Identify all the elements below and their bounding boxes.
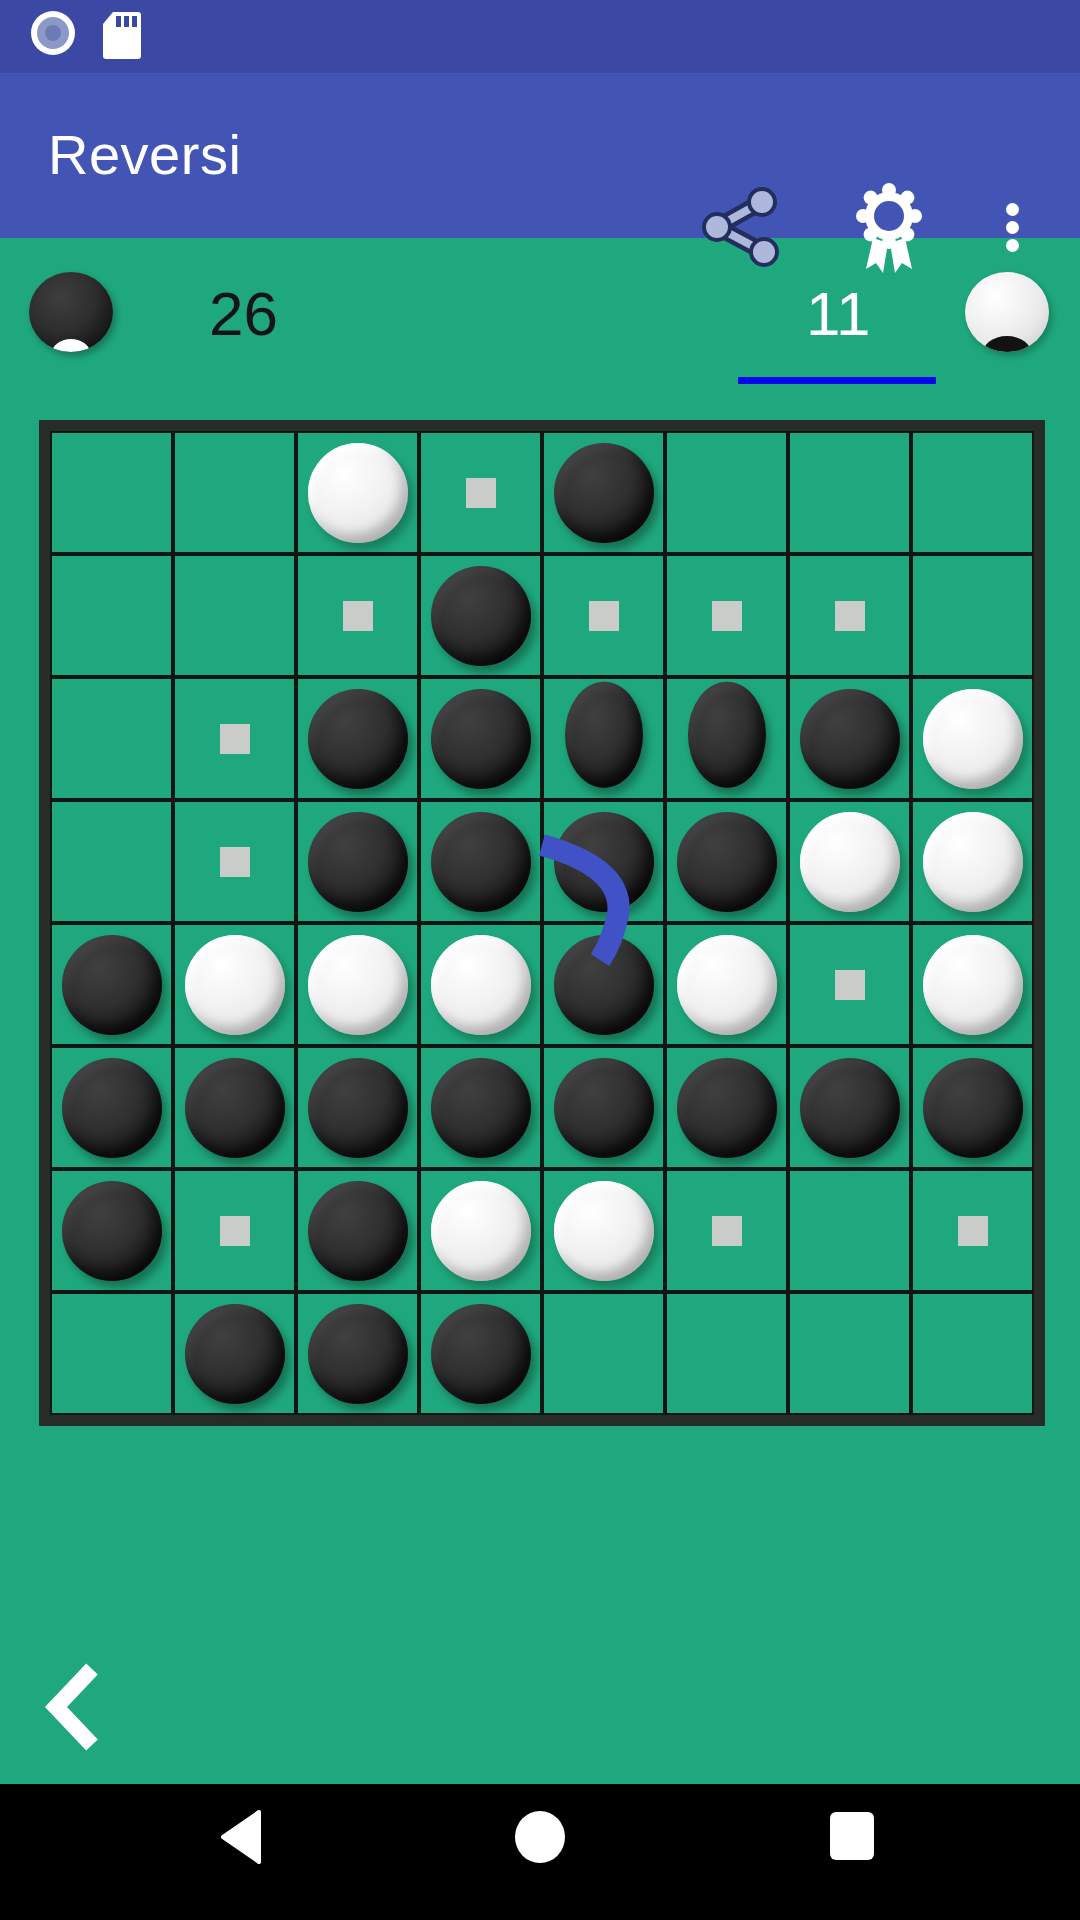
cell-b8[interactable] bbox=[175, 1294, 294, 1413]
black-disc bbox=[431, 689, 531, 789]
black-disc bbox=[565, 681, 643, 787]
black-disc bbox=[431, 812, 531, 912]
cell-g5[interactable] bbox=[790, 925, 909, 1044]
white-disc bbox=[800, 812, 900, 912]
cell-c6[interactable] bbox=[298, 1048, 417, 1167]
black-disc bbox=[554, 935, 654, 1035]
cell-a7[interactable] bbox=[52, 1171, 171, 1290]
cell-g3[interactable] bbox=[790, 679, 909, 798]
legal-move-hint bbox=[712, 1216, 742, 1246]
black-disc bbox=[677, 1058, 777, 1158]
black-disc bbox=[431, 1304, 531, 1404]
cell-a2[interactable] bbox=[52, 556, 171, 675]
cell-e5[interactable] bbox=[544, 925, 663, 1044]
cell-c4[interactable] bbox=[298, 802, 417, 921]
black-disc bbox=[308, 1304, 408, 1404]
cell-h6[interactable] bbox=[913, 1048, 1032, 1167]
black-disc-crescent bbox=[51, 339, 91, 352]
nav-recents-button[interactable] bbox=[830, 1812, 874, 1860]
cell-a3[interactable] bbox=[52, 679, 171, 798]
board-grid bbox=[50, 431, 1034, 1415]
cell-e3[interactable] bbox=[544, 679, 663, 798]
board bbox=[39, 420, 1045, 1426]
cell-a4[interactable] bbox=[52, 802, 171, 921]
nav-back-button[interactable] bbox=[221, 1810, 261, 1864]
cell-f7[interactable] bbox=[667, 1171, 786, 1290]
legal-move-hint bbox=[835, 970, 865, 1000]
cell-g4[interactable] bbox=[790, 802, 909, 921]
cell-c2[interactable] bbox=[298, 556, 417, 675]
sd-card-icon bbox=[103, 12, 141, 59]
legal-move-hint bbox=[220, 847, 250, 877]
black-disc bbox=[800, 689, 900, 789]
cell-b1[interactable] bbox=[175, 433, 294, 552]
white-disc bbox=[923, 812, 1023, 912]
cell-c5[interactable] bbox=[298, 925, 417, 1044]
legal-move-hint bbox=[220, 724, 250, 754]
white-disc bbox=[677, 935, 777, 1035]
cell-b5[interactable] bbox=[175, 925, 294, 1044]
share-button[interactable] bbox=[700, 185, 780, 269]
black-disc bbox=[62, 935, 162, 1035]
cell-d3[interactable] bbox=[421, 679, 540, 798]
cell-f1[interactable] bbox=[667, 433, 786, 552]
cell-e7[interactable] bbox=[544, 1171, 663, 1290]
black-disc bbox=[677, 812, 777, 912]
cell-b4[interactable] bbox=[175, 802, 294, 921]
cell-d2[interactable] bbox=[421, 556, 540, 675]
black-disc bbox=[554, 812, 654, 912]
white-disc bbox=[308, 443, 408, 543]
white-player-disc bbox=[965, 272, 1049, 352]
black-disc bbox=[554, 443, 654, 543]
cell-f4[interactable] bbox=[667, 802, 786, 921]
cell-d7[interactable] bbox=[421, 1171, 540, 1290]
black-disc bbox=[800, 1058, 900, 1158]
overflow-dot bbox=[1006, 221, 1019, 234]
black-disc bbox=[62, 1058, 162, 1158]
cell-c1[interactable] bbox=[298, 433, 417, 552]
cell-a8[interactable] bbox=[52, 1294, 171, 1413]
cell-f3[interactable] bbox=[667, 679, 786, 798]
legal-move-hint bbox=[958, 1216, 988, 1246]
cell-d4[interactable] bbox=[421, 802, 540, 921]
black-disc bbox=[308, 1181, 408, 1281]
record-circle-icon bbox=[31, 11, 75, 55]
cell-d1[interactable] bbox=[421, 433, 540, 552]
white-disc bbox=[554, 1181, 654, 1281]
white-disc bbox=[431, 935, 531, 1035]
black-disc bbox=[554, 1058, 654, 1158]
cell-a6[interactable] bbox=[52, 1048, 171, 1167]
cell-c3[interactable] bbox=[298, 679, 417, 798]
legal-move-hint bbox=[835, 601, 865, 631]
black-player-disc bbox=[29, 272, 113, 352]
cell-g7[interactable] bbox=[790, 1171, 909, 1290]
legal-move-hint bbox=[343, 601, 373, 631]
cell-f5[interactable] bbox=[667, 925, 786, 1044]
cell-h1[interactable] bbox=[913, 433, 1032, 552]
black-disc bbox=[308, 689, 408, 789]
cell-e4[interactable] bbox=[544, 802, 663, 921]
cell-f8[interactable] bbox=[667, 1294, 786, 1413]
black-disc bbox=[308, 1058, 408, 1158]
black-disc bbox=[62, 1181, 162, 1281]
legal-move-hint bbox=[589, 601, 619, 631]
black-disc bbox=[431, 1058, 531, 1158]
cell-a5[interactable] bbox=[52, 925, 171, 1044]
legal-move-hint bbox=[466, 478, 496, 508]
black-disc bbox=[185, 1304, 285, 1404]
status-bar: 7:05 bbox=[0, 0, 1080, 73]
cell-h5[interactable] bbox=[913, 925, 1032, 1044]
undo-back-button[interactable] bbox=[42, 1662, 102, 1752]
app-title: Reversi bbox=[48, 122, 241, 187]
cell-b3[interactable] bbox=[175, 679, 294, 798]
overflow-menu-button[interactable] bbox=[1006, 203, 1020, 257]
cell-f6[interactable] bbox=[667, 1048, 786, 1167]
white-disc bbox=[431, 1181, 531, 1281]
black-disc bbox=[185, 1058, 285, 1158]
white-disc bbox=[185, 935, 285, 1035]
overflow-dot bbox=[1006, 239, 1019, 252]
achievements-button[interactable] bbox=[856, 183, 922, 275]
record-circle-dot bbox=[45, 25, 61, 41]
white-disc bbox=[923, 689, 1023, 789]
cell-d6[interactable] bbox=[421, 1048, 540, 1167]
white-disc bbox=[923, 935, 1023, 1035]
overflow-dot bbox=[1006, 203, 1019, 216]
cell-h3[interactable] bbox=[913, 679, 1032, 798]
legal-move-hint bbox=[712, 601, 742, 631]
cell-h4[interactable] bbox=[913, 802, 1032, 921]
cell-e2[interactable] bbox=[544, 556, 663, 675]
cell-g8[interactable] bbox=[790, 1294, 909, 1413]
cell-e8[interactable] bbox=[544, 1294, 663, 1413]
legal-move-hint bbox=[220, 1216, 250, 1246]
cell-d5[interactable] bbox=[421, 925, 540, 1044]
cell-h7[interactable] bbox=[913, 1171, 1032, 1290]
cell-g2[interactable] bbox=[790, 556, 909, 675]
black-disc bbox=[923, 1058, 1023, 1158]
cell-b2[interactable] bbox=[175, 556, 294, 675]
black-disc bbox=[688, 681, 766, 787]
cell-b7[interactable] bbox=[175, 1171, 294, 1290]
cell-e6[interactable] bbox=[544, 1048, 663, 1167]
black-disc bbox=[431, 566, 531, 666]
black-score: 26 bbox=[209, 278, 278, 349]
white-disc-crescent bbox=[982, 336, 1032, 352]
white-score: 11 bbox=[806, 278, 870, 349]
turn-indicator-underline bbox=[738, 377, 936, 384]
cell-c7[interactable] bbox=[298, 1171, 417, 1290]
nav-home-button[interactable] bbox=[515, 1811, 565, 1863]
cell-g6[interactable] bbox=[790, 1048, 909, 1167]
cell-h8[interactable] bbox=[913, 1294, 1032, 1413]
reversi-app-screen: 7:05 Reversi bbox=[0, 0, 1080, 1920]
white-disc bbox=[308, 935, 408, 1035]
cell-d8[interactable] bbox=[421, 1294, 540, 1413]
cell-b6[interactable] bbox=[175, 1048, 294, 1167]
cell-c8[interactable] bbox=[298, 1294, 417, 1413]
cell-a1[interactable] bbox=[52, 433, 171, 552]
android-nav-bar bbox=[0, 1784, 1080, 1920]
cell-f2[interactable] bbox=[667, 556, 786, 675]
cell-g1[interactable] bbox=[790, 433, 909, 552]
cell-h2[interactable] bbox=[913, 556, 1032, 675]
cell-e1[interactable] bbox=[544, 433, 663, 552]
black-disc bbox=[308, 812, 408, 912]
app-bar: Reversi bbox=[0, 73, 1080, 238]
